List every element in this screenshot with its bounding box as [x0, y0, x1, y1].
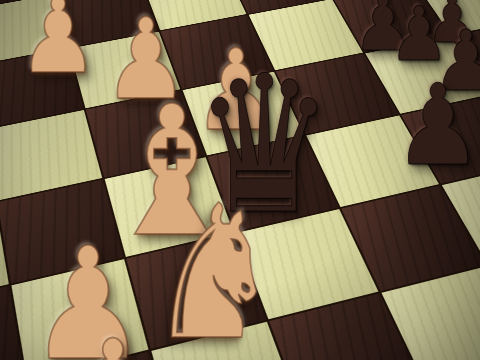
chessboard-photo: ♟♟♟♛♝♞♟♟♟♟♟♟♟	[0, 0, 480, 360]
piece-black-pawn-f5[interactable]: ♟	[394, 69, 480, 181]
piece-white-pawn-b7[interactable]: ♟	[18, 0, 98, 89]
piece-white-pawn-c2[interactable]: ♟	[56, 320, 170, 360]
pieces-layer: ♟♟♟♛♝♞♟♟♟♟♟♟♟	[0, 0, 480, 360]
